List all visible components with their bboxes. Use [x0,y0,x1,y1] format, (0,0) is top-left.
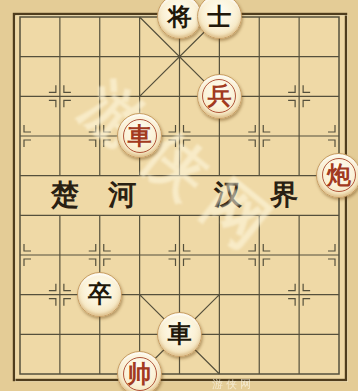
piece-red-cannon[interactable]: 炮 [316,153,358,198]
piece-black-general[interactable]: 将 [157,0,202,39]
piece-black-chariot[interactable]: 車 [157,312,202,357]
piece-black-advisor[interactable]: 士 [197,0,242,39]
piece-glyph: 兵 [207,84,231,108]
piece-black-soldier[interactable]: 卒 [77,272,122,317]
piece-glyph: 炮 [327,163,351,187]
piece-red-chariot[interactable]: 車 [117,113,162,158]
xiangqi-board-screen: 楚 河 汉 界 游侠网 游侠网 将士兵車炮卒車帅 [0,0,358,391]
piece-red-general[interactable]: 帅 [117,351,162,391]
piece-glyph: 帅 [128,362,152,386]
piece-red-soldier[interactable]: 兵 [197,74,242,119]
piece-glyph: 車 [167,322,191,346]
board-grid[interactable]: 将士兵車炮卒車帅 [0,0,358,391]
piece-glyph: 将 [167,5,191,29]
piece-glyph: 車 [128,124,152,148]
piece-glyph: 卒 [88,282,112,306]
piece-glyph: 士 [207,5,231,29]
